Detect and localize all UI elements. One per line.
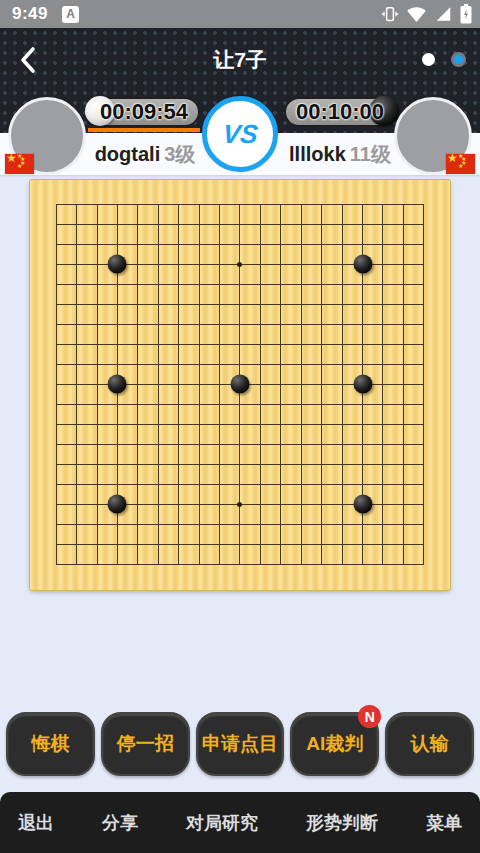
board-point-J19[interactable] [209,194,229,214]
board-point-C10[interactable] [87,374,107,394]
board-point-E9[interactable] [128,394,148,414]
board-point-Q2[interactable] [352,534,372,554]
board-point-N19[interactable] [291,194,311,214]
board-point-P6[interactable] [332,454,352,474]
board-point-J16[interactable] [209,254,229,274]
board-point-E1[interactable] [128,554,148,574]
board-point-T5[interactable] [414,474,434,494]
board-point-A16[interactable] [46,254,66,274]
board-point-G18[interactable] [169,214,189,234]
board-point-J8[interactable] [209,414,229,434]
board-point-N3[interactable] [291,514,311,534]
board-point-O19[interactable] [311,194,331,214]
board-point-A13[interactable] [46,314,66,334]
board-point-E17[interactable] [128,234,148,254]
board-point-C12[interactable] [87,334,107,354]
board-point-Q13[interactable] [352,314,372,334]
board-point-D3[interactable] [107,514,127,534]
board-point-B9[interactable] [66,394,86,414]
board-point-H11[interactable] [189,354,209,374]
board-point-A19[interactable] [46,194,66,214]
board-point-C13[interactable] [87,314,107,334]
board-point-F3[interactable] [148,514,168,534]
board-point-D17[interactable] [107,234,127,254]
board-point-D9[interactable] [107,394,127,414]
board-point-R9[interactable] [373,394,393,414]
board-point-E19[interactable] [128,194,148,214]
board-point-E8[interactable] [128,414,148,434]
board-point-B11[interactable] [66,354,86,374]
board-point-L14[interactable] [250,294,270,314]
board-point-Q3[interactable] [352,514,372,534]
board-point-R4[interactable] [373,494,393,514]
board-point-K5[interactable] [230,474,250,494]
board-point-A11[interactable] [46,354,66,374]
board-point-H5[interactable] [189,474,209,494]
board-point-F8[interactable] [148,414,168,434]
board-point-T12[interactable] [414,334,434,354]
board-point-G13[interactable] [169,314,189,334]
board-point-D1[interactable] [107,554,127,574]
board-point-H10[interactable] [189,374,209,394]
board-point-H14[interactable] [189,294,209,314]
pass-button[interactable]: 停一招 [101,712,190,776]
board-point-Q12[interactable] [352,334,372,354]
board-point-N16[interactable] [291,254,311,274]
board-point-T18[interactable] [414,214,434,234]
board-point-N13[interactable] [291,314,311,334]
board-point-N10[interactable] [291,374,311,394]
board-point-Q6[interactable] [352,454,372,474]
board-point-D10[interactable] [107,374,127,394]
board-point-J5[interactable] [209,474,229,494]
board-point-C15[interactable] [87,274,107,294]
board-point-H2[interactable] [189,534,209,554]
board-point-N14[interactable] [291,294,311,314]
board-point-A15[interactable] [46,274,66,294]
request-counting-button[interactable]: 申请点目 [196,712,285,776]
board-point-T8[interactable] [414,414,434,434]
board-point-S10[interactable] [393,374,413,394]
board-point-E16[interactable] [128,254,148,274]
board-point-E7[interactable] [128,434,148,454]
board-point-F7[interactable] [148,434,168,454]
board-point-G16[interactable] [169,254,189,274]
board-point-R12[interactable] [373,334,393,354]
board-point-D4[interactable] [107,494,127,514]
board-point-P8[interactable] [332,414,352,434]
board-point-T14[interactable] [414,294,434,314]
nav-menu[interactable]: 菜单 [426,811,462,835]
board-point-T1[interactable] [414,554,434,574]
board-point-L15[interactable] [250,274,270,294]
board-point-L16[interactable] [250,254,270,274]
nav-share[interactable]: 分享 [102,811,138,835]
board-point-K7[interactable] [230,434,250,454]
board-point-K17[interactable] [230,234,250,254]
board-point-P18[interactable] [332,214,352,234]
board-point-Q15[interactable] [352,274,372,294]
board-point-D5[interactable] [107,474,127,494]
board-point-K3[interactable] [230,514,250,534]
board-point-A7[interactable] [46,434,66,454]
board-point-P16[interactable] [332,254,352,274]
board-point-T16[interactable] [414,254,434,274]
board-point-H1[interactable] [189,554,209,574]
board-point-F12[interactable] [148,334,168,354]
board-point-P19[interactable] [332,194,352,214]
board-point-L4[interactable] [250,494,270,514]
board-point-J9[interactable] [209,394,229,414]
board-point-S17[interactable] [393,234,413,254]
board-point-G19[interactable] [169,194,189,214]
board-point-H9[interactable] [189,394,209,414]
board-point-R16[interactable] [373,254,393,274]
board-point-O7[interactable] [311,434,331,454]
board-point-K1[interactable] [230,554,250,574]
board-point-S2[interactable] [393,534,413,554]
nav-game-study[interactable]: 对局研究 [186,811,258,835]
board-point-B8[interactable] [66,414,86,434]
board-point-F6[interactable] [148,454,168,474]
board-point-M11[interactable] [271,354,291,374]
board-point-B15[interactable] [66,274,86,294]
board-point-T4[interactable] [414,494,434,514]
board-point-C18[interactable] [87,214,107,234]
board-point-C17[interactable] [87,234,107,254]
board-point-K12[interactable] [230,334,250,354]
board-point-L3[interactable] [250,514,270,534]
board-point-B6[interactable] [66,454,86,474]
board-point-P12[interactable] [332,334,352,354]
board-point-C16[interactable] [87,254,107,274]
board-point-T6[interactable] [414,454,434,474]
board-point-B17[interactable] [66,234,86,254]
board-point-Q1[interactable] [352,554,372,574]
board-point-F14[interactable] [148,294,168,314]
board-point-H7[interactable] [189,434,209,454]
board-point-O12[interactable] [311,334,331,354]
go-board[interactable] [30,180,450,590]
board-point-J18[interactable] [209,214,229,234]
board-point-R11[interactable] [373,354,393,374]
board-point-G14[interactable] [169,294,189,314]
board-point-B5[interactable] [66,474,86,494]
board-point-L9[interactable] [250,394,270,414]
board-point-P1[interactable] [332,554,352,574]
nav-position-judge[interactable]: 形势判断 [306,811,378,835]
board-point-L6[interactable] [250,454,270,474]
board-point-A10[interactable] [46,374,66,394]
board-point-R10[interactable] [373,374,393,394]
board-point-K13[interactable] [230,314,250,334]
board-point-S19[interactable] [393,194,413,214]
board-point-Q11[interactable] [352,354,372,374]
board-point-L11[interactable] [250,354,270,374]
board-point-A5[interactable] [46,474,66,494]
board-point-S9[interactable] [393,394,413,414]
board-point-B4[interactable] [66,494,86,514]
board-point-K18[interactable] [230,214,250,234]
board-point-S15[interactable] [393,274,413,294]
board-point-D8[interactable] [107,414,127,434]
board-point-R2[interactable] [373,534,393,554]
board-point-P11[interactable] [332,354,352,374]
board-point-E6[interactable] [128,454,148,474]
board-point-Q7[interactable] [352,434,372,454]
board-point-P2[interactable] [332,534,352,554]
board-point-S6[interactable] [393,454,413,474]
board-point-N17[interactable] [291,234,311,254]
board-point-B14[interactable] [66,294,86,314]
board-point-S7[interactable] [393,434,413,454]
board-point-K14[interactable] [230,294,250,314]
board-point-G9[interactable] [169,394,189,414]
board-point-F2[interactable] [148,534,168,554]
board-point-O4[interactable] [311,494,331,514]
board-point-G3[interactable] [169,514,189,534]
page-dot-1[interactable] [422,53,435,66]
board-point-O2[interactable] [311,534,331,554]
board-point-M18[interactable] [271,214,291,234]
board-point-B16[interactable] [66,254,86,274]
board-point-E2[interactable] [128,534,148,554]
board-point-L1[interactable] [250,554,270,574]
board-point-B7[interactable] [66,434,86,454]
board-point-M3[interactable] [271,514,291,534]
board-point-S3[interactable] [393,514,413,534]
board-point-H12[interactable] [189,334,209,354]
board-point-F9[interactable] [148,394,168,414]
board-point-E18[interactable] [128,214,148,234]
board-point-K10[interactable] [230,374,250,394]
board-point-H17[interactable] [189,234,209,254]
board-point-J13[interactable] [209,314,229,334]
board-point-O17[interactable] [311,234,331,254]
board-point-Q18[interactable] [352,214,372,234]
board-point-M7[interactable] [271,434,291,454]
board-point-A2[interactable] [46,534,66,554]
board-point-T15[interactable] [414,274,434,294]
board-point-D12[interactable] [107,334,127,354]
board-point-C6[interactable] [87,454,107,474]
ai-referee-button[interactable]: AI裁判 N [290,712,379,776]
board-point-R3[interactable] [373,514,393,534]
board-point-G1[interactable] [169,554,189,574]
board-point-D16[interactable] [107,254,127,274]
board-point-O8[interactable] [311,414,331,434]
board-point-A18[interactable] [46,214,66,234]
board-point-J2[interactable] [209,534,229,554]
board-point-K4[interactable] [230,494,250,514]
board-point-T13[interactable] [414,314,434,334]
board-point-E15[interactable] [128,274,148,294]
board-point-H16[interactable] [189,254,209,274]
board-point-D18[interactable] [107,214,127,234]
board-point-B2[interactable] [66,534,86,554]
board-point-M14[interactable] [271,294,291,314]
board-point-C2[interactable] [87,534,107,554]
board-point-M5[interactable] [271,474,291,494]
board-point-R13[interactable] [373,314,393,334]
board-point-R8[interactable] [373,414,393,434]
board-point-L8[interactable] [250,414,270,434]
board-point-M15[interactable] [271,274,291,294]
board-point-F5[interactable] [148,474,168,494]
board-point-T19[interactable] [414,194,434,214]
board-point-L12[interactable] [250,334,270,354]
board-point-S16[interactable] [393,254,413,274]
board-point-T10[interactable] [414,374,434,394]
board-point-J6[interactable] [209,454,229,474]
board-point-R19[interactable] [373,194,393,214]
board-point-T9[interactable] [414,394,434,414]
board-point-F18[interactable] [148,214,168,234]
board-point-H19[interactable] [189,194,209,214]
board-point-E3[interactable] [128,514,148,534]
board-point-L19[interactable] [250,194,270,214]
board-point-L2[interactable] [250,534,270,554]
board-point-J4[interactable] [209,494,229,514]
board-point-K8[interactable] [230,414,250,434]
board-point-N4[interactable] [291,494,311,514]
board-point-J7[interactable] [209,434,229,454]
board-point-N1[interactable] [291,554,311,574]
board-point-G11[interactable] [169,354,189,374]
board-point-G12[interactable] [169,334,189,354]
board-point-F13[interactable] [148,314,168,334]
board-point-K2[interactable] [230,534,250,554]
board-point-F10[interactable] [148,374,168,394]
board-point-J14[interactable] [209,294,229,314]
board-point-K15[interactable] [230,274,250,294]
board-point-C3[interactable] [87,514,107,534]
board-point-N15[interactable] [291,274,311,294]
board-point-P17[interactable] [332,234,352,254]
board-point-A17[interactable] [46,234,66,254]
board-point-L7[interactable] [250,434,270,454]
board-point-O6[interactable] [311,454,331,474]
board-point-Q9[interactable] [352,394,372,414]
board-point-C8[interactable] [87,414,107,434]
board-point-F15[interactable] [148,274,168,294]
board-point-E10[interactable] [128,374,148,394]
board-point-A1[interactable] [46,554,66,574]
board-point-H8[interactable] [189,414,209,434]
board-point-D6[interactable] [107,454,127,474]
board-point-J1[interactable] [209,554,229,574]
board-point-R6[interactable] [373,454,393,474]
board-point-E11[interactable] [128,354,148,374]
board-point-F17[interactable] [148,234,168,254]
board-point-O5[interactable] [311,474,331,494]
board-point-F11[interactable] [148,354,168,374]
board-point-E4[interactable] [128,494,148,514]
board-point-S4[interactable] [393,494,413,514]
board-point-J10[interactable] [209,374,229,394]
board-point-P10[interactable] [332,374,352,394]
board-point-R18[interactable] [373,214,393,234]
board-point-K16[interactable] [230,254,250,274]
board-point-R7[interactable] [373,434,393,454]
board-point-N2[interactable] [291,534,311,554]
board-point-G17[interactable] [169,234,189,254]
board-point-B1[interactable] [66,554,86,574]
board-point-N12[interactable] [291,334,311,354]
board-point-G2[interactable] [169,534,189,554]
board-point-L5[interactable] [250,474,270,494]
board-point-S11[interactable] [393,354,413,374]
nav-exit[interactable]: 退出 [18,811,54,835]
board-point-M10[interactable] [271,374,291,394]
board-point-T7[interactable] [414,434,434,454]
board-point-C11[interactable] [87,354,107,374]
board-point-A12[interactable] [46,334,66,354]
board-point-D11[interactable] [107,354,127,374]
board-point-M2[interactable] [271,534,291,554]
board-point-C1[interactable] [87,554,107,574]
board-point-B3[interactable] [66,514,86,534]
board-point-F19[interactable] [148,194,168,214]
board-point-J11[interactable] [209,354,229,374]
board-point-N9[interactable] [291,394,311,414]
board-point-D2[interactable] [107,534,127,554]
board-point-J3[interactable] [209,514,229,534]
board-point-M13[interactable] [271,314,291,334]
board-point-T11[interactable] [414,354,434,374]
board-point-P14[interactable] [332,294,352,314]
board-point-A3[interactable] [46,514,66,534]
board-point-D14[interactable] [107,294,127,314]
board-point-E14[interactable] [128,294,148,314]
board-point-N5[interactable] [291,474,311,494]
board-point-M17[interactable] [271,234,291,254]
board-point-H18[interactable] [189,214,209,234]
board-point-M12[interactable] [271,334,291,354]
board-point-M19[interactable] [271,194,291,214]
board-point-F1[interactable] [148,554,168,574]
board-point-L18[interactable] [250,214,270,234]
board-point-O14[interactable] [311,294,331,314]
board-point-S18[interactable] [393,214,413,234]
board-point-P7[interactable] [332,434,352,454]
board-point-J17[interactable] [209,234,229,254]
board-point-P13[interactable] [332,314,352,334]
board-point-A8[interactable] [46,414,66,434]
board-point-N6[interactable] [291,454,311,474]
board-point-C14[interactable] [87,294,107,314]
board-point-S1[interactable] [393,554,413,574]
board-point-O16[interactable] [311,254,331,274]
board-point-N7[interactable] [291,434,311,454]
board-point-E13[interactable] [128,314,148,334]
board-point-N11[interactable] [291,354,311,374]
board-point-O11[interactable] [311,354,331,374]
board-point-B19[interactable] [66,194,86,214]
board-point-Q10[interactable] [352,374,372,394]
board-point-Q4[interactable] [352,494,372,514]
board-point-E12[interactable] [128,334,148,354]
board-point-M8[interactable] [271,414,291,434]
board-point-G10[interactable] [169,374,189,394]
board-point-G8[interactable] [169,414,189,434]
board-point-R5[interactable] [373,474,393,494]
board-point-L17[interactable] [250,234,270,254]
board-point-A6[interactable] [46,454,66,474]
board-point-N18[interactable] [291,214,311,234]
board-point-S8[interactable] [393,414,413,434]
board-point-H15[interactable] [189,274,209,294]
